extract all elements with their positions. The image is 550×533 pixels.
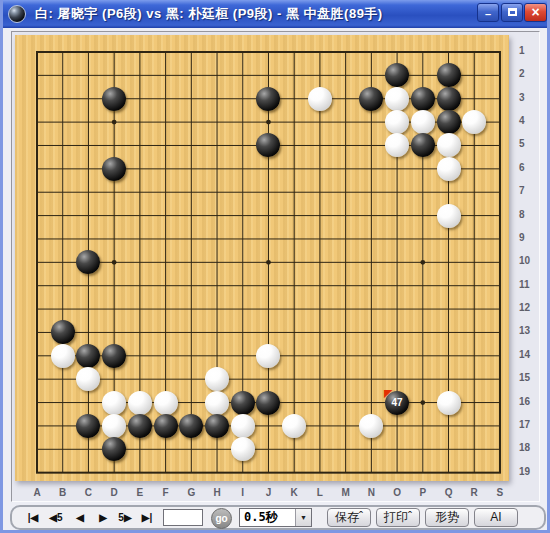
stone-black-D6[interactable] xyxy=(102,157,126,181)
goto-end-button[interactable]: ▶| xyxy=(136,507,158,528)
row-label-6: 6 xyxy=(519,162,541,176)
column-label-L: L xyxy=(312,487,328,498)
delay-select[interactable]: 0.5秒 ▼ xyxy=(239,508,312,527)
stone-white-O3[interactable] xyxy=(385,87,409,111)
stone-black-F17[interactable] xyxy=(154,414,178,438)
stone-white-E16[interactable] xyxy=(128,391,152,415)
save-button[interactable]: 保存ˆ xyxy=(327,508,371,527)
territory-button[interactable]: 形势 xyxy=(425,508,469,527)
stone-white-Q6[interactable] xyxy=(437,157,461,181)
stone-black-O16[interactable]: ◤47 xyxy=(385,391,409,415)
row-label-8: 8 xyxy=(519,209,541,223)
row-label-19: 19 xyxy=(519,466,541,480)
row-label-11: 11 xyxy=(519,279,541,293)
column-label-S: S xyxy=(492,487,508,498)
column-label-Q: Q xyxy=(441,487,457,498)
stone-black-C17[interactable] xyxy=(76,414,100,438)
row-label-1: 1 xyxy=(519,45,541,59)
column-label-D: D xyxy=(106,487,122,498)
column-label-P: P xyxy=(415,487,431,498)
stone-black-C10[interactable] xyxy=(76,250,100,274)
chevron-down-icon[interactable]: ▼ xyxy=(295,509,311,526)
row-label-2: 2 xyxy=(519,68,541,82)
titlebar: 白: 屠晓宇 (P6段) vs 黑: 朴廷桓 (P9段) - 黑 中盘胜(89手… xyxy=(0,0,550,28)
column-label-E: E xyxy=(132,487,148,498)
stone-black-D18[interactable] xyxy=(102,437,126,461)
stone-white-R4[interactable] xyxy=(462,110,486,134)
column-label-O: O xyxy=(389,487,405,498)
row-label-16: 16 xyxy=(519,396,541,410)
stone-black-C14[interactable] xyxy=(76,344,100,368)
stone-white-Q16[interactable] xyxy=(437,391,461,415)
move-number-input[interactable] xyxy=(163,509,203,526)
forward-1-button[interactable]: ▶ xyxy=(92,507,114,528)
stone-white-L3[interactable] xyxy=(308,87,332,111)
stone-black-O2[interactable] xyxy=(385,63,409,87)
stone-black-J3[interactable] xyxy=(256,87,280,111)
column-label-K: K xyxy=(286,487,302,498)
stone-black-J5[interactable] xyxy=(256,133,280,157)
ai-button[interactable]: AI xyxy=(474,508,518,527)
toolbar: |◀ ◀5 ◀ ▶ 5▶ ▶| go 0.5秒 ▼ 保存ˆ 打印ˆ 形势 AI xyxy=(10,505,546,530)
stone-white-C15[interactable] xyxy=(76,367,100,391)
column-label-I: I xyxy=(235,487,251,498)
go-button[interactable]: go xyxy=(211,508,232,529)
maximize-icon xyxy=(508,8,517,16)
row-label-7: 7 xyxy=(519,185,541,199)
stone-white-N17[interactable] xyxy=(359,414,383,438)
column-label-C: C xyxy=(80,487,96,498)
app-icon xyxy=(8,5,26,23)
board-panel: ◤47 12345678910111213141516171819 ABCDEF… xyxy=(11,31,540,502)
print-button[interactable]: 打印ˆ xyxy=(376,508,420,527)
stone-black-N3[interactable] xyxy=(359,87,383,111)
close-button[interactable]: × xyxy=(524,3,547,22)
stone-white-H16[interactable] xyxy=(205,391,229,415)
column-label-J: J xyxy=(260,487,276,498)
stone-white-D16[interactable] xyxy=(102,391,126,415)
stone-black-D14[interactable] xyxy=(102,344,126,368)
row-label-17: 17 xyxy=(519,419,541,433)
back-1-button[interactable]: ◀ xyxy=(69,507,91,528)
row-label-13: 13 xyxy=(519,325,541,339)
stone-white-P4[interactable] xyxy=(411,110,435,134)
stone-black-Q3[interactable] xyxy=(437,87,461,111)
row-label-3: 3 xyxy=(519,92,541,106)
stone-white-O4[interactable] xyxy=(385,110,409,134)
move-number-label: 47 xyxy=(385,391,409,415)
row-label-14: 14 xyxy=(519,349,541,363)
row-label-4: 4 xyxy=(519,115,541,129)
row-label-9: 9 xyxy=(519,232,541,246)
column-label-G: G xyxy=(183,487,199,498)
row-label-15: 15 xyxy=(519,372,541,386)
column-label-H: H xyxy=(209,487,225,498)
column-label-B: B xyxy=(55,487,71,498)
row-label-5: 5 xyxy=(519,138,541,152)
column-label-F: F xyxy=(158,487,174,498)
window-title: 白: 屠晓宇 (P6段) vs 黑: 朴廷桓 (P9段) - 黑 中盘胜(89手… xyxy=(35,5,383,23)
stone-white-B14[interactable] xyxy=(51,344,75,368)
stone-white-Q5[interactable] xyxy=(437,133,461,157)
column-label-R: R xyxy=(466,487,482,498)
stone-black-Q4[interactable] xyxy=(437,110,461,134)
stone-black-Q2[interactable] xyxy=(437,63,461,87)
minimize-icon: – xyxy=(485,6,491,23)
close-icon: × xyxy=(531,4,539,20)
row-label-10: 10 xyxy=(519,255,541,269)
stone-white-I17[interactable] xyxy=(231,414,255,438)
stone-black-D3[interactable] xyxy=(102,87,126,111)
stone-white-Q8[interactable] xyxy=(437,204,461,228)
stone-white-K17[interactable] xyxy=(282,414,306,438)
stone-white-D17[interactable] xyxy=(102,414,126,438)
stone-black-H17[interactable] xyxy=(205,414,229,438)
stone-white-H15[interactable] xyxy=(205,367,229,391)
row-label-18: 18 xyxy=(519,442,541,456)
stone-black-E17[interactable] xyxy=(128,414,152,438)
stone-black-B13[interactable] xyxy=(51,320,75,344)
goto-start-button[interactable]: |◀ xyxy=(22,507,44,528)
minimize-button[interactable]: – xyxy=(477,3,499,22)
delay-value: 0.5秒 xyxy=(240,509,295,526)
stone-black-J16[interactable] xyxy=(256,391,280,415)
forward-5-button[interactable]: 5▶ xyxy=(114,507,136,528)
stone-white-I18[interactable] xyxy=(231,437,255,461)
row-label-12: 12 xyxy=(519,302,541,316)
stone-black-P5[interactable] xyxy=(411,133,435,157)
stone-black-G17[interactable] xyxy=(179,414,203,438)
app-window: 白: 屠晓宇 (P6段) vs 黑: 朴廷桓 (P9段) - 黑 中盘胜(89手… xyxy=(0,0,550,533)
stone-black-P3[interactable] xyxy=(411,87,435,111)
stone-white-O5[interactable] xyxy=(385,133,409,157)
maximize-button[interactable] xyxy=(501,3,523,22)
stone-white-J14[interactable] xyxy=(256,344,280,368)
board-wood[interactable]: ◤47 xyxy=(15,35,509,481)
stone-white-F16[interactable] xyxy=(154,391,178,415)
back-5-button[interactable]: ◀5 xyxy=(45,507,67,528)
column-label-N: N xyxy=(363,487,379,498)
stone-black-I16[interactable] xyxy=(231,391,255,415)
column-label-A: A xyxy=(29,487,45,498)
column-label-M: M xyxy=(338,487,354,498)
